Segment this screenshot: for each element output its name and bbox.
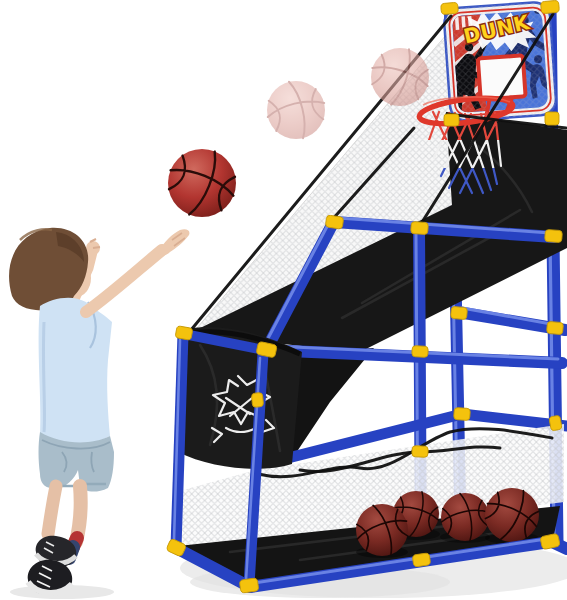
product-photo: DUNK: [0, 0, 567, 600]
connector-cap-left: [441, 2, 459, 14]
connector-cap-right: [541, 0, 560, 14]
child-leg-back: [48, 486, 56, 534]
backboard: DUNK: [443, 1, 557, 121]
child-shirt: [39, 298, 112, 445]
scene-svg: DUNK: [0, 0, 567, 600]
